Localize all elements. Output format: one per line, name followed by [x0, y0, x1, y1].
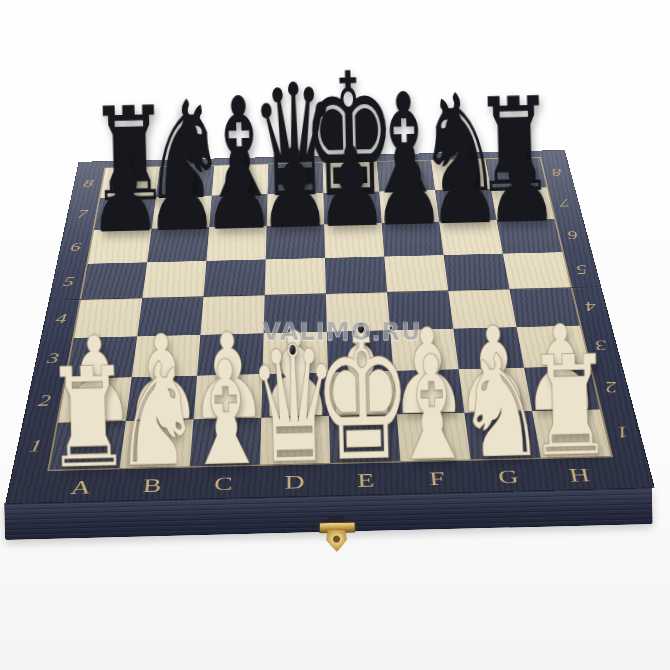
- white-king-black-finial: [358, 323, 364, 333]
- chess-set-photo: 87654321 87654321 ABCDEFGH ♜♞♝♛♚♝♞♜♟♟♟♟♟…: [0, 0, 670, 670]
- black-pawn-h7[interactable]: ♟: [483, 127, 560, 239]
- white-queen-black-finial: [290, 345, 296, 355]
- white-rook-h1[interactable]: ♜: [525, 337, 615, 477]
- tilt-wrapper: 87654321 87654321 ABCDEFGH ♜♞♝♛♚♝♞♜♟♟♟♟♟…: [0, 0, 670, 670]
- pieces-layer: ♜♞♝♛♚♝♞♜♟♟♟♟♟♟♟♟♟♟♟♟♟♟♟♟♜♞♝♛♚♝♞♜: [0, 0, 670, 670]
